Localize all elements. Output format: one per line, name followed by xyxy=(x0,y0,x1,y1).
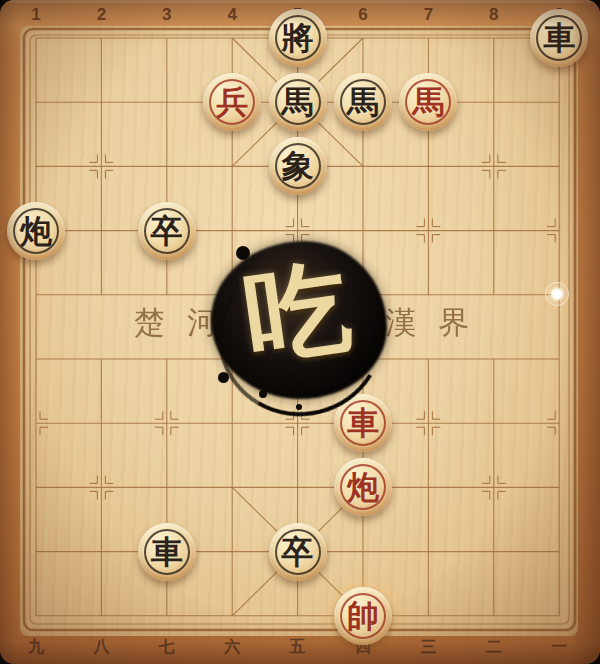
piece-black-horse-b[interactable]: 馬 xyxy=(334,73,392,131)
piece-black-soldier-a[interactable]: 卒 xyxy=(138,202,196,260)
xiangqi-app-window: 楚河 漢界 123456789 九八七六五四三二一 將車兵馬馬馬象炮卒車炮車卒帥… xyxy=(0,0,600,664)
pieces-layer: 將車兵馬馬馬象炮卒車炮車卒帥 xyxy=(0,0,600,664)
piece-char: 將 xyxy=(282,22,314,54)
piece-black-horse-a[interactable]: 馬 xyxy=(269,73,327,131)
piece-red-general[interactable]: 帥 xyxy=(334,587,392,645)
piece-black-soldier-b[interactable]: 卒 xyxy=(269,523,327,581)
piece-red-soldier[interactable]: 兵 xyxy=(203,73,261,131)
piece-char: 帥 xyxy=(347,600,379,632)
piece-red-horse[interactable]: 馬 xyxy=(399,73,457,131)
piece-char: 象 xyxy=(282,150,314,182)
piece-char: 車 xyxy=(347,407,379,439)
piece-char: 炮 xyxy=(347,471,379,503)
piece-char: 馬 xyxy=(412,86,444,118)
piece-char: 馬 xyxy=(282,86,314,118)
piece-black-general[interactable]: 將 xyxy=(269,9,327,67)
piece-char: 車 xyxy=(543,22,575,54)
piece-char: 炮 xyxy=(20,215,52,247)
piece-red-cannon[interactable]: 炮 xyxy=(334,458,392,516)
piece-char: 卒 xyxy=(282,536,314,568)
piece-char: 馬 xyxy=(347,86,379,118)
piece-black-chariot-b[interactable]: 車 xyxy=(138,523,196,581)
piece-black-chariot-a[interactable]: 車 xyxy=(530,9,588,67)
piece-black-cannon[interactable]: 炮 xyxy=(7,202,65,260)
piece-char: 車 xyxy=(151,536,183,568)
piece-red-chariot[interactable]: 車 xyxy=(334,394,392,452)
piece-char: 兵 xyxy=(216,86,248,118)
piece-char: 卒 xyxy=(151,215,183,247)
piece-black-elephant[interactable]: 象 xyxy=(269,137,327,195)
